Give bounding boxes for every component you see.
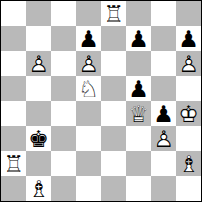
square-a5[interactable] <box>1 76 26 101</box>
white-pawn: ♟♙ <box>76 51 101 76</box>
square-a1[interactable] <box>1 176 26 201</box>
square-c3[interactable] <box>51 126 76 151</box>
square-f2[interactable] <box>126 151 151 176</box>
square-c2[interactable] <box>51 151 76 176</box>
white-king-glyph: ♔ <box>176 101 201 126</box>
white-knight: ♞♘ <box>76 76 101 101</box>
white-rook-glyph: ♖ <box>1 151 26 176</box>
black-king: ♚ <box>26 126 51 151</box>
square-g5[interactable] <box>151 76 176 101</box>
square-f8[interactable] <box>126 1 151 26</box>
square-h2[interactable]: ♝♗ <box>176 151 201 176</box>
black-king-glyph: ♚ <box>26 126 51 151</box>
square-d4[interactable] <box>76 101 101 126</box>
square-g6[interactable] <box>151 51 176 76</box>
black-pawn-glyph: ♟ <box>76 26 101 51</box>
square-e7[interactable] <box>101 26 126 51</box>
white-pawn-glyph: ♙ <box>176 51 201 76</box>
square-e3[interactable] <box>101 126 126 151</box>
square-b2[interactable] <box>26 151 51 176</box>
square-f7[interactable]: ♟ <box>126 26 151 51</box>
white-pawn: ♟♙ <box>176 51 201 76</box>
square-a3[interactable] <box>1 126 26 151</box>
white-pawn-glyph: ♙ <box>151 126 176 151</box>
white-pawn-glyph: ♙ <box>76 51 101 76</box>
white-queen-glyph: ♕ <box>126 101 151 126</box>
square-h5[interactable] <box>176 76 201 101</box>
square-e1[interactable] <box>101 176 126 201</box>
white-pawn-glyph: ♙ <box>26 51 51 76</box>
square-e6[interactable] <box>101 51 126 76</box>
black-pawn-glyph: ♟ <box>176 26 201 51</box>
white-rook: ♜♖ <box>1 151 26 176</box>
square-g2[interactable] <box>151 151 176 176</box>
square-h4[interactable]: ♚♔ <box>176 101 201 126</box>
square-b5[interactable] <box>26 76 51 101</box>
square-a2[interactable]: ♜♖ <box>1 151 26 176</box>
white-queen: ♛♕ <box>126 101 151 126</box>
square-h8[interactable] <box>176 1 201 26</box>
square-d1[interactable] <box>76 176 101 201</box>
white-rook: ♜♖ <box>101 1 126 26</box>
square-e4[interactable] <box>101 101 126 126</box>
black-pawn: ♟ <box>76 26 101 51</box>
black-pawn-glyph: ♟ <box>151 101 176 126</box>
square-d8[interactable] <box>76 1 101 26</box>
white-king: ♚♔ <box>176 101 201 126</box>
white-bishop-glyph: ♗ <box>176 151 201 176</box>
black-pawn: ♟ <box>126 26 151 51</box>
square-e8[interactable]: ♜♖ <box>101 1 126 26</box>
white-bishop: ♝♗ <box>176 151 201 176</box>
white-rook-glyph: ♖ <box>101 1 126 26</box>
square-d3[interactable] <box>76 126 101 151</box>
square-h1[interactable] <box>176 176 201 201</box>
square-g7[interactable] <box>151 26 176 51</box>
square-b3[interactable]: ♚ <box>26 126 51 151</box>
square-e5[interactable] <box>101 76 126 101</box>
square-a6[interactable] <box>1 51 26 76</box>
square-b4[interactable] <box>26 101 51 126</box>
square-h7[interactable]: ♟ <box>176 26 201 51</box>
square-h3[interactable] <box>176 126 201 151</box>
square-g8[interactable] <box>151 1 176 26</box>
square-c8[interactable] <box>51 1 76 26</box>
square-c4[interactable] <box>51 101 76 126</box>
white-knight-glyph: ♘ <box>76 76 101 101</box>
square-d2[interactable] <box>76 151 101 176</box>
square-f6[interactable] <box>126 51 151 76</box>
square-f1[interactable] <box>126 176 151 201</box>
chess-board: ♜♖♟♟♟♟♙♟♙♟♙♞♘♟♛♕♟♚♔♚♟♙♜♖♝♗♝♗ <box>0 0 202 202</box>
chess-diagram: ♜♖♟♟♟♟♙♟♙♟♙♞♘♟♛♕♟♚♔♚♟♙♜♖♝♗♝♗ <box>0 0 202 202</box>
square-d7[interactable]: ♟ <box>76 26 101 51</box>
square-b1[interactable]: ♝♗ <box>26 176 51 201</box>
square-c7[interactable] <box>51 26 76 51</box>
square-b7[interactable] <box>26 26 51 51</box>
square-c1[interactable] <box>51 176 76 201</box>
white-pawn: ♟♙ <box>151 126 176 151</box>
white-pawn: ♟♙ <box>26 51 51 76</box>
black-pawn: ♟ <box>126 76 151 101</box>
square-a8[interactable] <box>1 1 26 26</box>
black-pawn: ♟ <box>176 26 201 51</box>
black-pawn: ♟ <box>151 101 176 126</box>
square-c5[interactable] <box>51 76 76 101</box>
square-a4[interactable] <box>1 101 26 126</box>
black-pawn-glyph: ♟ <box>126 76 151 101</box>
square-f5[interactable]: ♟ <box>126 76 151 101</box>
square-d6[interactable]: ♟♙ <box>76 51 101 76</box>
square-f4[interactable]: ♛♕ <box>126 101 151 126</box>
square-b6[interactable]: ♟♙ <box>26 51 51 76</box>
white-bishop: ♝♗ <box>26 176 51 201</box>
square-f3[interactable] <box>126 126 151 151</box>
white-bishop-glyph: ♗ <box>26 176 51 201</box>
square-g4[interactable]: ♟ <box>151 101 176 126</box>
square-b8[interactable] <box>26 1 51 26</box>
square-e2[interactable] <box>101 151 126 176</box>
square-a7[interactable] <box>1 26 26 51</box>
square-g1[interactable] <box>151 176 176 201</box>
square-g3[interactable]: ♟♙ <box>151 126 176 151</box>
square-c6[interactable] <box>51 51 76 76</box>
square-h6[interactable]: ♟♙ <box>176 51 201 76</box>
square-d5[interactable]: ♞♘ <box>76 76 101 101</box>
black-pawn-glyph: ♟ <box>126 26 151 51</box>
